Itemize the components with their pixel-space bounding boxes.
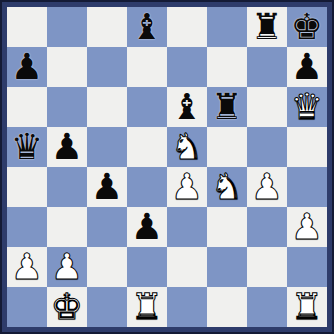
piece-black-pawn-h7[interactable]: ♟ (287, 47, 327, 87)
square-g4[interactable]: ♟ (247, 167, 287, 207)
piece-black-king-h8[interactable]: ♚ (287, 7, 327, 47)
square-a1[interactable] (7, 287, 47, 327)
square-f8[interactable] (207, 7, 247, 47)
piece-black-rook-f6[interactable]: ♜ (207, 87, 247, 127)
square-c1[interactable] (87, 287, 127, 327)
piece-black-bishop-d8[interactable]: ♝ (127, 7, 167, 47)
piece-white-rook-h1[interactable]: ♜ (287, 287, 327, 327)
square-g8[interactable]: ♜ (247, 7, 287, 47)
square-d3[interactable]: ♟ (127, 207, 167, 247)
square-a3[interactable] (7, 207, 47, 247)
square-d7[interactable] (127, 47, 167, 87)
square-e2[interactable] (167, 247, 207, 287)
piece-white-rook-d1[interactable]: ♜ (127, 287, 167, 327)
square-f3[interactable] (207, 207, 247, 247)
piece-white-knight-f4[interactable]: ♞ (207, 167, 247, 207)
square-f1[interactable] (207, 287, 247, 327)
piece-white-pawn-a2[interactable]: ♟ (7, 247, 47, 287)
square-e3[interactable] (167, 207, 207, 247)
square-d1[interactable]: ♜ (127, 287, 167, 327)
board-frame: ♝♜♚♟♟♝♜♛♛♟♞♟♟♞♟♟♟♟♟♚♜♜ (0, 0, 334, 334)
square-c6[interactable] (87, 87, 127, 127)
piece-white-pawn-e4[interactable]: ♟ (167, 167, 207, 207)
square-b6[interactable] (47, 87, 87, 127)
square-e1[interactable] (167, 287, 207, 327)
piece-black-pawn-a7[interactable]: ♟ (7, 47, 47, 87)
square-b3[interactable] (47, 207, 87, 247)
square-h6[interactable]: ♛ (287, 87, 327, 127)
square-b2[interactable]: ♟ (47, 247, 87, 287)
square-c4[interactable]: ♟ (87, 167, 127, 207)
piece-black-pawn-d3[interactable]: ♟ (127, 207, 167, 247)
square-a2[interactable]: ♟ (7, 247, 47, 287)
square-g5[interactable] (247, 127, 287, 167)
square-d2[interactable] (127, 247, 167, 287)
square-c2[interactable] (87, 247, 127, 287)
piece-white-queen-h6[interactable]: ♛ (287, 87, 327, 127)
square-a4[interactable] (7, 167, 47, 207)
square-b7[interactable] (47, 47, 87, 87)
square-c7[interactable] (87, 47, 127, 87)
square-h1[interactable]: ♜ (287, 287, 327, 327)
square-h5[interactable] (287, 127, 327, 167)
square-c5[interactable] (87, 127, 127, 167)
square-g6[interactable] (247, 87, 287, 127)
square-f6[interactable]: ♜ (207, 87, 247, 127)
square-d4[interactable] (127, 167, 167, 207)
square-b4[interactable] (47, 167, 87, 207)
square-e6[interactable]: ♝ (167, 87, 207, 127)
square-a7[interactable]: ♟ (7, 47, 47, 87)
square-e8[interactable] (167, 7, 207, 47)
square-g1[interactable] (247, 287, 287, 327)
square-e4[interactable]: ♟ (167, 167, 207, 207)
square-a6[interactable] (7, 87, 47, 127)
piece-black-pawn-c4[interactable]: ♟ (87, 167, 127, 207)
square-c8[interactable] (87, 7, 127, 47)
piece-white-knight-e5[interactable]: ♞ (167, 127, 207, 167)
square-a5[interactable]: ♛ (7, 127, 47, 167)
square-h7[interactable]: ♟ (287, 47, 327, 87)
piece-white-pawn-b2[interactable]: ♟ (47, 247, 87, 287)
piece-white-pawn-h3[interactable]: ♟ (287, 207, 327, 247)
square-g2[interactable] (247, 247, 287, 287)
square-h8[interactable]: ♚ (287, 7, 327, 47)
piece-white-king-b1[interactable]: ♚ (47, 287, 87, 327)
square-d5[interactable] (127, 127, 167, 167)
piece-black-bishop-e6[interactable]: ♝ (167, 87, 207, 127)
square-c3[interactable] (87, 207, 127, 247)
square-e5[interactable]: ♞ (167, 127, 207, 167)
chess-board: ♝♜♚♟♟♝♜♛♛♟♞♟♟♞♟♟♟♟♟♚♜♜ (7, 7, 327, 327)
piece-black-rook-g8[interactable]: ♜ (247, 7, 287, 47)
square-d6[interactable] (127, 87, 167, 127)
square-d8[interactable]: ♝ (127, 7, 167, 47)
square-a8[interactable] (7, 7, 47, 47)
square-f5[interactable] (207, 127, 247, 167)
piece-white-pawn-g4[interactable]: ♟ (247, 167, 287, 207)
square-h3[interactable]: ♟ (287, 207, 327, 247)
square-f4[interactable]: ♞ (207, 167, 247, 207)
square-h4[interactable] (287, 167, 327, 207)
square-e7[interactable] (167, 47, 207, 87)
piece-black-queen-a5[interactable]: ♛ (7, 127, 47, 167)
square-g3[interactable] (247, 207, 287, 247)
square-b5[interactable]: ♟ (47, 127, 87, 167)
square-h2[interactable] (287, 247, 327, 287)
square-b8[interactable] (47, 7, 87, 47)
square-f7[interactable] (207, 47, 247, 87)
square-b1[interactable]: ♚ (47, 287, 87, 327)
piece-black-pawn-b5[interactable]: ♟ (47, 127, 87, 167)
square-g7[interactable] (247, 47, 287, 87)
square-f2[interactable] (207, 247, 247, 287)
